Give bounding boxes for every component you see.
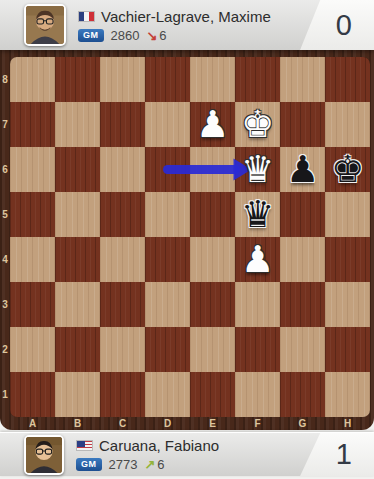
square-e5[interactable] [190, 192, 235, 237]
black-king-h6[interactable]: ♚ [325, 147, 370, 192]
rank-label-1: 1 [0, 372, 10, 417]
square-c8[interactable] [100, 57, 145, 102]
chess-board: 87654321 ABCDEFGH ♟♚♛♟♚♛♟ [0, 50, 374, 430]
match-score-top: 0 [336, 11, 352, 40]
square-e6[interactable] [190, 147, 235, 192]
square-f8[interactable] [235, 57, 280, 102]
square-b7[interactable] [55, 102, 100, 147]
square-e1[interactable] [190, 372, 235, 417]
trend-up-icon: ↗ [144, 457, 155, 472]
avatar-photo-mvl [26, 6, 64, 44]
match-score-bottom: 1 [336, 440, 352, 469]
square-h2[interactable] [325, 327, 370, 372]
player-rating-bottom: 2773 [109, 457, 138, 472]
square-e2[interactable] [190, 327, 235, 372]
square-b2[interactable] [55, 327, 100, 372]
square-f1[interactable] [235, 372, 280, 417]
square-f5[interactable]: ♛ [235, 192, 280, 237]
square-d2[interactable] [145, 327, 190, 372]
square-e4[interactable] [190, 237, 235, 282]
square-b8[interactable] [55, 57, 100, 102]
square-c6[interactable] [100, 147, 145, 192]
white-queen-f6[interactable]: ♛ [235, 147, 280, 192]
square-d7[interactable] [145, 102, 190, 147]
player-name-top: Vachier-Lagrave, Maxime [101, 8, 271, 25]
square-b1[interactable] [55, 372, 100, 417]
player-avatar-bottom [24, 435, 64, 475]
square-c4[interactable] [100, 237, 145, 282]
square-g8[interactable] [280, 57, 325, 102]
square-c7[interactable] [100, 102, 145, 147]
square-e3[interactable] [190, 282, 235, 327]
square-h8[interactable] [325, 57, 370, 102]
square-b6[interactable] [55, 147, 100, 192]
square-f2[interactable] [235, 327, 280, 372]
trend-value-bottom: 6 [157, 457, 164, 472]
square-f7[interactable]: ♚ [235, 102, 280, 147]
rank-label-7: 7 [0, 102, 10, 147]
square-c5[interactable] [100, 192, 145, 237]
square-g6[interactable]: ♟ [280, 147, 325, 192]
file-label-d: D [145, 417, 190, 430]
rank-label-5: 5 [0, 192, 10, 237]
rank-label-2: 2 [0, 327, 10, 372]
square-h4[interactable] [325, 237, 370, 282]
rank-label-3: 3 [0, 282, 10, 327]
square-b3[interactable] [55, 282, 100, 327]
square-d5[interactable] [145, 192, 190, 237]
square-e8[interactable] [190, 57, 235, 102]
square-g7[interactable] [280, 102, 325, 147]
flag-usa-icon [76, 440, 93, 451]
square-g3[interactable] [280, 282, 325, 327]
square-e7[interactable]: ♟ [190, 102, 235, 147]
white-king-f7[interactable]: ♚ [235, 102, 280, 147]
player-name-bottom: Caruana, Fabiano [99, 437, 219, 454]
square-g2[interactable] [280, 327, 325, 372]
square-a2[interactable] [10, 327, 55, 372]
rank-label-6: 6 [0, 147, 10, 192]
player-info-top: Vachier-Lagrave, Maxime GM 2860 ↘ 6 [78, 8, 271, 43]
gm-title-badge-bottom: GM [76, 458, 102, 471]
rank-label-4: 4 [0, 237, 10, 282]
rank-label-8: 8 [0, 57, 10, 102]
score-panel-bottom: 1 [290, 433, 374, 476]
rating-trend-top: ↘ 6 [146, 28, 166, 43]
player-bar-top: Vachier-Lagrave, Maxime GM 2860 ↘ 6 0 [0, 0, 374, 50]
square-h6[interactable]: ♚ [325, 147, 370, 192]
file-label-c: C [100, 417, 145, 430]
black-queen-f5[interactable]: ♛ [235, 192, 280, 237]
square-a3[interactable] [10, 282, 55, 327]
gm-title-badge-top: GM [78, 29, 104, 42]
file-label-g: G [280, 417, 325, 430]
flag-france-icon [78, 11, 95, 22]
white-pawn-f4[interactable]: ♟ [235, 237, 280, 282]
square-f4[interactable]: ♟ [235, 237, 280, 282]
square-g4[interactable] [280, 237, 325, 282]
square-a6[interactable] [10, 147, 55, 192]
square-d3[interactable] [145, 282, 190, 327]
file-label-a: A [10, 417, 55, 430]
square-g5[interactable] [280, 192, 325, 237]
square-a5[interactable] [10, 192, 55, 237]
square-a4[interactable] [10, 237, 55, 282]
white-pawn-e7[interactable]: ♟ [190, 102, 235, 147]
square-b5[interactable] [55, 192, 100, 237]
file-label-h: H [325, 417, 370, 430]
square-f6[interactable]: ♛ [235, 147, 280, 192]
board-squares-area: ♟♚♛♟♚♛♟ [10, 57, 370, 417]
player-bar-bottom: Caruana, Fabiano GM 2773 ↗ 6 1 [0, 432, 374, 476]
square-g1[interactable] [280, 372, 325, 417]
square-h7[interactable] [325, 102, 370, 147]
trend-value-top: 6 [159, 28, 166, 43]
square-d4[interactable] [145, 237, 190, 282]
square-d1[interactable] [145, 372, 190, 417]
rating-trend-bottom: ↗ 6 [144, 457, 164, 472]
file-label-f: F [235, 417, 280, 430]
square-a7[interactable] [10, 102, 55, 147]
square-h1[interactable] [325, 372, 370, 417]
black-pawn-g6[interactable]: ♟ [280, 147, 325, 192]
trend-down-icon: ↘ [146, 28, 157, 43]
avatar-photo-caruana [26, 437, 62, 473]
square-h3[interactable] [325, 282, 370, 327]
score-panel-top: 0 [290, 0, 374, 50]
square-c2[interactable] [100, 327, 145, 372]
square-d6[interactable] [145, 147, 190, 192]
chess-app-window: Vachier-Lagrave, Maxime GM 2860 ↘ 6 0 87… [0, 0, 374, 479]
player-info-bottom: Caruana, Fabiano GM 2773 ↗ 6 [76, 437, 219, 472]
player-rating-top: 2860 [111, 28, 140, 43]
square-b4[interactable] [55, 237, 100, 282]
square-d8[interactable] [145, 57, 190, 102]
player-avatar-top [24, 4, 66, 46]
square-c1[interactable] [100, 372, 145, 417]
square-a1[interactable] [10, 372, 55, 417]
square-h5[interactable] [325, 192, 370, 237]
square-a8[interactable] [10, 57, 55, 102]
file-label-e: E [190, 417, 235, 430]
file-label-b: B [55, 417, 100, 430]
square-f3[interactable] [235, 282, 280, 327]
square-c3[interactable] [100, 282, 145, 327]
